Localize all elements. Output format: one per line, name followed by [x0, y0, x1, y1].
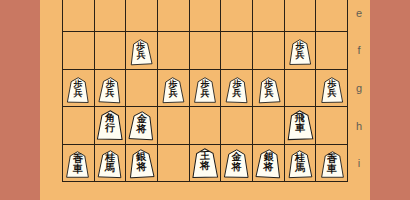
shogi-piece-bishop[interactable]: 角行 [96, 110, 123, 140]
board-square[interactable] [63, 32, 94, 68]
board-square[interactable] [95, 32, 126, 68]
shogi-piece-silver[interactable]: 銀将 [128, 148, 154, 178]
board-square[interactable] [253, 107, 284, 143]
shogi-piece-lance[interactable]: 香車 [66, 151, 89, 178]
piece-kanji: 歩兵 [257, 79, 280, 103]
board-square[interactable] [221, 107, 252, 143]
shogi-piece-knight[interactable]: 桂馬 [288, 150, 313, 179]
board-square[interactable] [126, 70, 157, 106]
piece-kanji: 歩兵 [321, 80, 343, 103]
piece-kanji: 王将 [192, 151, 218, 178]
piece-kanji: 歩兵 [67, 80, 89, 103]
board-square[interactable] [190, 107, 221, 143]
shogi-piece-pawn[interactable]: 歩兵 [257, 76, 280, 103]
piece-kanji: 歩兵 [289, 42, 311, 65]
board-square[interactable] [126, 0, 157, 31]
board-square[interactable] [285, 0, 316, 31]
board-square[interactable] [158, 0, 189, 31]
piece-kanji: 飛車 [287, 113, 314, 141]
shogi-piece-pawn[interactable]: 歩兵 [225, 76, 248, 103]
board-square[interactable] [221, 32, 252, 68]
right-frame-bar [370, 0, 410, 200]
piece-kanji: 銀将 [255, 151, 281, 178]
rank-label-g: g [350, 80, 368, 96]
rank-label-f: f [350, 42, 368, 58]
board-square[interactable] [253, 0, 284, 31]
shogi-piece-gold[interactable]: 金将 [224, 149, 250, 178]
piece-kanji: 歩兵 [130, 42, 153, 66]
piece-kanji: 歩兵 [225, 79, 248, 103]
shogi-app-screen: efghi 歩兵歩兵歩兵歩兵歩兵歩兵歩兵歩兵歩兵角行金将飛車香車桂馬銀将王将金将… [0, 0, 410, 200]
shogi-piece-pawn[interactable]: 歩兵 [98, 76, 121, 103]
left-frame-bar [0, 0, 40, 200]
shogi-piece-pawn[interactable]: 歩兵 [194, 77, 216, 103]
piece-kanji: 香車 [66, 154, 89, 178]
shogi-piece-pawn[interactable]: 歩兵 [67, 77, 89, 103]
board-square[interactable] [63, 0, 94, 31]
piece-kanji: 銀将 [128, 151, 154, 178]
board-square[interactable] [253, 32, 284, 68]
board-square[interactable] [95, 0, 126, 31]
board-square[interactable] [158, 107, 189, 143]
piece-kanji: 歩兵 [98, 79, 121, 103]
board-square[interactable] [63, 107, 94, 143]
shogi-piece-lance[interactable]: 香車 [321, 151, 344, 178]
piece-kanji: 金将 [224, 152, 249, 178]
shogi-piece-king[interactable]: 王将 [192, 148, 219, 178]
rank-label-i: i [350, 155, 368, 171]
shogi-piece-pawn[interactable]: 歩兵 [162, 76, 185, 103]
board-square[interactable] [316, 0, 347, 31]
board-square[interactable] [190, 0, 221, 31]
shogi-piece-gold[interactable]: 金将 [128, 111, 154, 141]
board-square[interactable] [221, 0, 252, 31]
shogi-piece-rook[interactable]: 飛車 [287, 110, 314, 141]
piece-kanji: 歩兵 [194, 80, 216, 103]
board-square[interactable] [285, 70, 316, 106]
board-square[interactable] [190, 32, 221, 68]
piece-kanji: 桂馬 [288, 153, 313, 179]
board-square[interactable] [158, 32, 189, 68]
piece-kanji: 香車 [321, 154, 344, 178]
shogi-piece-silver[interactable]: 銀将 [255, 148, 281, 178]
piece-kanji: 角行 [96, 113, 122, 140]
board-square[interactable] [316, 107, 347, 143]
shogi-piece-pawn[interactable]: 歩兵 [321, 77, 343, 103]
shogi-piece-pawn[interactable]: 歩兵 [130, 39, 153, 66]
piece-kanji: 桂馬 [97, 153, 122, 179]
shogi-piece-knight[interactable]: 桂馬 [97, 150, 122, 179]
rank-label-h: h [350, 118, 368, 134]
board-square[interactable] [158, 145, 189, 181]
shogi-piece-pawn[interactable]: 歩兵 [289, 39, 311, 65]
board-square[interactable] [316, 32, 347, 68]
piece-kanji: 金将 [128, 114, 154, 141]
piece-kanji: 歩兵 [162, 79, 185, 103]
rank-label-e: e [350, 5, 368, 21]
